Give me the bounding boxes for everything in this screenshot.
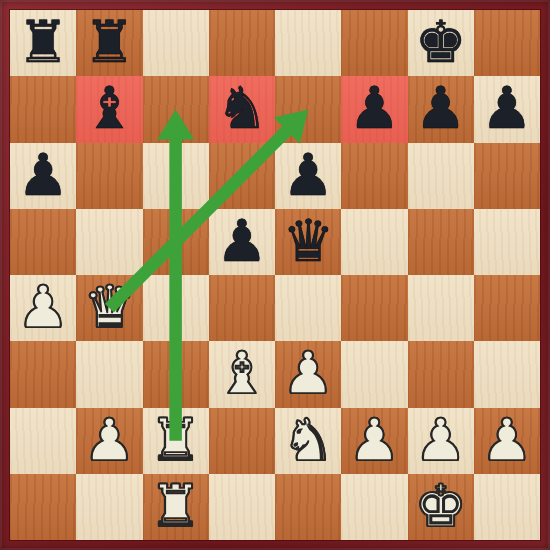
square-d5[interactable]: ♟ bbox=[209, 209, 275, 275]
piece-black-queen-e5[interactable]: ♛ bbox=[282, 212, 334, 270]
piece-white-pawn-g2[interactable]: ♟ bbox=[415, 411, 467, 469]
square-a5[interactable] bbox=[10, 209, 76, 275]
square-d3[interactable]: ♝ bbox=[209, 341, 275, 407]
square-g5[interactable] bbox=[408, 209, 474, 275]
square-e7[interactable] bbox=[275, 76, 341, 142]
chess-board: ♜♜♚♝♞♟♟♟♟♟♟♛♟♛♝♟♟♜♞♟♟♟♜♚ bbox=[10, 10, 540, 540]
square-g3[interactable] bbox=[408, 341, 474, 407]
piece-black-pawn-e6[interactable]: ♟ bbox=[282, 146, 334, 204]
piece-white-pawn-h2[interactable]: ♟ bbox=[481, 411, 533, 469]
square-g6[interactable] bbox=[408, 143, 474, 209]
square-b8[interactable]: ♜ bbox=[76, 10, 142, 76]
square-e1[interactable] bbox=[275, 474, 341, 540]
square-c3[interactable] bbox=[143, 341, 209, 407]
square-d8[interactable] bbox=[209, 10, 275, 76]
piece-black-pawn-g7[interactable]: ♟ bbox=[415, 79, 467, 137]
square-e8[interactable] bbox=[275, 10, 341, 76]
square-a6[interactable]: ♟ bbox=[10, 143, 76, 209]
square-e2[interactable]: ♞ bbox=[275, 408, 341, 474]
square-f6[interactable] bbox=[341, 143, 407, 209]
piece-white-pawn-e3[interactable]: ♟ bbox=[282, 344, 334, 402]
square-e4[interactable] bbox=[275, 275, 341, 341]
piece-black-pawn-f7[interactable]: ♟ bbox=[348, 79, 400, 137]
square-e6[interactable]: ♟ bbox=[275, 143, 341, 209]
square-h3[interactable] bbox=[474, 341, 540, 407]
square-b1[interactable] bbox=[76, 474, 142, 540]
piece-white-knight-e2[interactable]: ♞ bbox=[282, 411, 334, 469]
square-g1[interactable]: ♚ bbox=[408, 474, 474, 540]
square-c2[interactable]: ♜ bbox=[143, 408, 209, 474]
piece-black-pawn-d5[interactable]: ♟ bbox=[216, 212, 268, 270]
square-b2[interactable]: ♟ bbox=[76, 408, 142, 474]
piece-white-rook-c2[interactable]: ♜ bbox=[150, 411, 202, 469]
square-f8[interactable] bbox=[341, 10, 407, 76]
square-d7[interactable]: ♞ bbox=[209, 76, 275, 142]
piece-white-bishop-d3[interactable]: ♝ bbox=[216, 344, 268, 402]
square-g7[interactable]: ♟ bbox=[408, 76, 474, 142]
square-a3[interactable] bbox=[10, 341, 76, 407]
square-a2[interactable] bbox=[10, 408, 76, 474]
piece-white-king-g1[interactable]: ♚ bbox=[415, 477, 467, 535]
square-h8[interactable] bbox=[474, 10, 540, 76]
square-f2[interactable]: ♟ bbox=[341, 408, 407, 474]
square-a7[interactable] bbox=[10, 76, 76, 142]
piece-white-rook-c1[interactable]: ♜ bbox=[150, 477, 202, 535]
square-e3[interactable]: ♟ bbox=[275, 341, 341, 407]
square-d2[interactable] bbox=[209, 408, 275, 474]
square-h5[interactable] bbox=[474, 209, 540, 275]
piece-black-king-g8[interactable]: ♚ bbox=[415, 13, 467, 71]
square-d1[interactable] bbox=[209, 474, 275, 540]
square-f5[interactable] bbox=[341, 209, 407, 275]
square-f1[interactable] bbox=[341, 474, 407, 540]
square-h4[interactable] bbox=[474, 275, 540, 341]
square-b5[interactable] bbox=[76, 209, 142, 275]
square-h1[interactable] bbox=[474, 474, 540, 540]
square-h6[interactable] bbox=[474, 143, 540, 209]
piece-white-queen-b4[interactable]: ♛ bbox=[83, 278, 135, 336]
square-a8[interactable]: ♜ bbox=[10, 10, 76, 76]
square-c6[interactable] bbox=[143, 143, 209, 209]
square-b3[interactable] bbox=[76, 341, 142, 407]
square-b6[interactable] bbox=[76, 143, 142, 209]
square-c1[interactable]: ♜ bbox=[143, 474, 209, 540]
piece-black-rook-a8[interactable]: ♜ bbox=[17, 13, 69, 71]
piece-black-bishop-b7[interactable]: ♝ bbox=[83, 79, 135, 137]
square-a4[interactable]: ♟ bbox=[10, 275, 76, 341]
square-g8[interactable]: ♚ bbox=[408, 10, 474, 76]
square-g4[interactable] bbox=[408, 275, 474, 341]
square-f7[interactable]: ♟ bbox=[341, 76, 407, 142]
square-g2[interactable]: ♟ bbox=[408, 408, 474, 474]
square-d6[interactable] bbox=[209, 143, 275, 209]
piece-white-pawn-f2[interactable]: ♟ bbox=[348, 411, 400, 469]
piece-black-pawn-a6[interactable]: ♟ bbox=[17, 146, 69, 204]
piece-black-rook-b8[interactable]: ♜ bbox=[83, 13, 135, 71]
square-c8[interactable] bbox=[143, 10, 209, 76]
square-a1[interactable] bbox=[10, 474, 76, 540]
square-c5[interactable] bbox=[143, 209, 209, 275]
square-h7[interactable]: ♟ bbox=[474, 76, 540, 142]
square-f3[interactable] bbox=[341, 341, 407, 407]
square-c4[interactable] bbox=[143, 275, 209, 341]
square-h2[interactable]: ♟ bbox=[474, 408, 540, 474]
square-b7[interactable]: ♝ bbox=[76, 76, 142, 142]
piece-white-pawn-a4[interactable]: ♟ bbox=[17, 278, 69, 336]
square-e5[interactable]: ♛ bbox=[275, 209, 341, 275]
piece-white-pawn-b2[interactable]: ♟ bbox=[83, 411, 135, 469]
square-d4[interactable] bbox=[209, 275, 275, 341]
square-b4[interactable]: ♛ bbox=[76, 275, 142, 341]
piece-black-pawn-h7[interactable]: ♟ bbox=[481, 79, 533, 137]
board-grid: ♜♜♚♝♞♟♟♟♟♟♟♛♟♛♝♟♟♜♞♟♟♟♜♚ bbox=[10, 10, 540, 540]
square-f4[interactable] bbox=[341, 275, 407, 341]
chess-board-frame: ♜♜♚♝♞♟♟♟♟♟♟♛♟♛♝♟♟♜♞♟♟♟♜♚ bbox=[0, 0, 550, 550]
square-c7[interactable] bbox=[143, 76, 209, 142]
piece-black-knight-d7[interactable]: ♞ bbox=[216, 79, 268, 137]
